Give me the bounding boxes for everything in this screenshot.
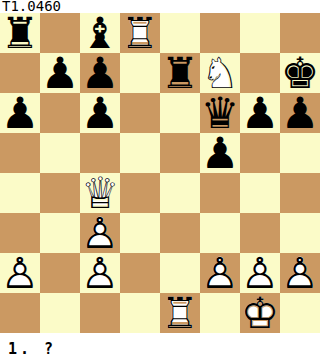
chess-board: ♜♝♜♖♟♟♜♞♘♚♟♟♛♟♟♟♛♕♟♙♟♙♟♙♟♙♟♙♟♙♜♖♚♔ xyxy=(0,13,320,333)
square-f8[interactable] xyxy=(200,13,240,53)
square-f7[interactable]: ♞♘ xyxy=(200,53,240,93)
square-h7[interactable]: ♚ xyxy=(280,53,320,93)
piece-white-rook[interactable]: ♖ xyxy=(120,13,160,53)
square-b8[interactable] xyxy=(40,13,80,53)
square-h1[interactable] xyxy=(280,293,320,333)
square-a6[interactable]: ♟ xyxy=(0,93,40,133)
square-g3[interactable] xyxy=(240,213,280,253)
piece-black-rook[interactable]: ♜ xyxy=(160,53,200,93)
square-a2[interactable]: ♟♙ xyxy=(0,253,40,293)
square-c8[interactable]: ♝ xyxy=(80,13,120,53)
square-c3[interactable]: ♟♙ xyxy=(80,213,120,253)
square-a3[interactable] xyxy=(0,213,40,253)
square-g7[interactable] xyxy=(240,53,280,93)
piece-black-pawn[interactable]: ♟ xyxy=(40,53,80,93)
piece-black-pawn[interactable]: ♟ xyxy=(80,93,120,133)
square-b5[interactable] xyxy=(40,133,80,173)
square-e8[interactable] xyxy=(160,13,200,53)
piece-black-bishop[interactable]: ♝ xyxy=(80,13,120,53)
piece-black-pawn[interactable]: ♟ xyxy=(280,93,320,133)
square-b1[interactable] xyxy=(40,293,80,333)
puzzle-title: T1.0460 xyxy=(0,0,320,13)
piece-white-pawn[interactable]: ♙ xyxy=(200,253,240,293)
square-e6[interactable] xyxy=(160,93,200,133)
square-h4[interactable] xyxy=(280,173,320,213)
square-g4[interactable] xyxy=(240,173,280,213)
square-g2[interactable]: ♟♙ xyxy=(240,253,280,293)
square-h5[interactable] xyxy=(280,133,320,173)
square-g6[interactable]: ♟ xyxy=(240,93,280,133)
square-g1[interactable]: ♚♔ xyxy=(240,293,280,333)
piece-black-king[interactable]: ♚ xyxy=(280,53,320,93)
square-f2[interactable]: ♟♙ xyxy=(200,253,240,293)
square-d5[interactable] xyxy=(120,133,160,173)
square-a7[interactable] xyxy=(0,53,40,93)
square-b4[interactable] xyxy=(40,173,80,213)
square-g5[interactable] xyxy=(240,133,280,173)
square-e1[interactable]: ♜♖ xyxy=(160,293,200,333)
square-b7[interactable]: ♟ xyxy=(40,53,80,93)
square-a4[interactable] xyxy=(0,173,40,213)
piece-black-pawn[interactable]: ♟ xyxy=(80,53,120,93)
square-b2[interactable] xyxy=(40,253,80,293)
square-f3[interactable] xyxy=(200,213,240,253)
piece-white-king[interactable]: ♔ xyxy=(240,293,280,333)
piece-white-pawn[interactable]: ♙ xyxy=(80,213,120,253)
square-c5[interactable] xyxy=(80,133,120,173)
square-c4[interactable]: ♛♕ xyxy=(80,173,120,213)
piece-black-rook[interactable]: ♜ xyxy=(0,13,40,53)
square-h2[interactable]: ♟♙ xyxy=(280,253,320,293)
square-e7[interactable]: ♜ xyxy=(160,53,200,93)
square-d7[interactable] xyxy=(120,53,160,93)
square-d6[interactable] xyxy=(120,93,160,133)
piece-white-rook[interactable]: ♖ xyxy=(160,293,200,333)
square-d3[interactable] xyxy=(120,213,160,253)
piece-black-pawn[interactable]: ♟ xyxy=(200,133,240,173)
square-f4[interactable] xyxy=(200,173,240,213)
square-h3[interactable] xyxy=(280,213,320,253)
piece-black-queen[interactable]: ♛ xyxy=(200,93,240,133)
square-f6[interactable]: ♛ xyxy=(200,93,240,133)
square-d4[interactable] xyxy=(120,173,160,213)
square-b3[interactable] xyxy=(40,213,80,253)
square-a1[interactable] xyxy=(0,293,40,333)
square-c6[interactable]: ♟ xyxy=(80,93,120,133)
square-d2[interactable] xyxy=(120,253,160,293)
piece-white-pawn[interactable]: ♙ xyxy=(80,253,120,293)
square-a8[interactable]: ♜ xyxy=(0,13,40,53)
piece-white-pawn[interactable]: ♙ xyxy=(240,253,280,293)
square-g8[interactable] xyxy=(240,13,280,53)
piece-white-pawn[interactable]: ♙ xyxy=(280,253,320,293)
square-e3[interactable] xyxy=(160,213,200,253)
piece-black-pawn[interactable]: ♟ xyxy=(240,93,280,133)
square-a5[interactable] xyxy=(0,133,40,173)
square-b6[interactable] xyxy=(40,93,80,133)
square-c7[interactable]: ♟ xyxy=(80,53,120,93)
square-e5[interactable] xyxy=(160,133,200,173)
square-f1[interactable] xyxy=(200,293,240,333)
square-h6[interactable]: ♟ xyxy=(280,93,320,133)
square-c1[interactable] xyxy=(80,293,120,333)
square-e2[interactable] xyxy=(160,253,200,293)
square-d8[interactable]: ♜♖ xyxy=(120,13,160,53)
piece-white-knight[interactable]: ♘ xyxy=(200,53,240,93)
piece-white-pawn[interactable]: ♙ xyxy=(0,253,40,293)
square-d1[interactable] xyxy=(120,293,160,333)
square-c2[interactable]: ♟♙ xyxy=(80,253,120,293)
piece-black-pawn[interactable]: ♟ xyxy=(0,93,40,133)
piece-white-queen[interactable]: ♕ xyxy=(80,173,120,213)
square-h8[interactable] xyxy=(280,13,320,53)
square-f5[interactable]: ♟ xyxy=(200,133,240,173)
square-e4[interactable] xyxy=(160,173,200,213)
